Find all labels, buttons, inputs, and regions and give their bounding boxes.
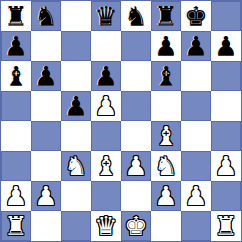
square-f3[interactable]: ♞ — [151, 151, 181, 181]
square-e5[interactable] — [121, 91, 151, 121]
square-h1[interactable]: ♜ — [211, 211, 241, 241]
black-pawn[interactable]: ♟ — [64, 91, 87, 121]
black-knight[interactable]: ♞ — [124, 1, 147, 31]
square-b4[interactable] — [31, 121, 61, 151]
square-a5[interactable] — [1, 91, 31, 121]
square-c7[interactable] — [61, 31, 91, 61]
square-g3[interactable] — [181, 151, 211, 181]
black-pawn[interactable]: ♟ — [154, 31, 177, 61]
square-g8[interactable]: ♚ — [181, 1, 211, 31]
square-e3[interactable]: ♟ — [121, 151, 151, 181]
square-h3[interactable]: ♟ — [211, 151, 241, 181]
square-a7[interactable]: ♟ — [1, 31, 31, 61]
square-e4[interactable] — [121, 121, 151, 151]
white-king[interactable]: ♚ — [124, 211, 147, 241]
white-knight[interactable]: ♞ — [154, 151, 177, 181]
square-b8[interactable]: ♞ — [31, 1, 61, 31]
square-f7[interactable]: ♟ — [151, 31, 181, 61]
square-e8[interactable]: ♞ — [121, 1, 151, 31]
square-b7[interactable] — [31, 31, 61, 61]
square-g6[interactable] — [181, 61, 211, 91]
square-h7[interactable]: ♟ — [211, 31, 241, 61]
square-g1[interactable] — [181, 211, 211, 241]
white-queen[interactable]: ♛ — [94, 211, 117, 241]
square-h2[interactable] — [211, 181, 241, 211]
square-b5[interactable] — [31, 91, 61, 121]
black-king[interactable]: ♚ — [184, 1, 207, 31]
white-bishop[interactable]: ♝ — [94, 151, 117, 181]
square-e7[interactable] — [121, 31, 151, 61]
white-pawn[interactable]: ♟ — [4, 181, 27, 211]
black-pawn[interactable]: ♟ — [184, 31, 207, 61]
black-pawn[interactable]: ♟ — [34, 61, 57, 91]
square-d8[interactable]: ♛ — [91, 1, 121, 31]
square-a2[interactable]: ♟ — [1, 181, 31, 211]
square-c1[interactable] — [61, 211, 91, 241]
square-e1[interactable]: ♚ — [121, 211, 151, 241]
square-e2[interactable] — [121, 181, 151, 211]
square-b2[interactable]: ♟ — [31, 181, 61, 211]
square-a3[interactable] — [1, 151, 31, 181]
square-f4[interactable]: ♝ — [151, 121, 181, 151]
square-g7[interactable]: ♟ — [181, 31, 211, 61]
square-a8[interactable]: ♜ — [1, 1, 31, 31]
white-pawn[interactable]: ♟ — [214, 151, 237, 181]
square-d7[interactable] — [91, 31, 121, 61]
square-f8[interactable]: ♜ — [151, 1, 181, 31]
square-b1[interactable] — [31, 211, 61, 241]
square-c5[interactable]: ♟ — [61, 91, 91, 121]
square-f1[interactable] — [151, 211, 181, 241]
white-knight[interactable]: ♞ — [64, 151, 87, 181]
black-pawn[interactable]: ♟ — [214, 31, 237, 61]
white-pawn[interactable]: ♟ — [124, 151, 147, 181]
square-d6[interactable]: ♟ — [91, 61, 121, 91]
square-h5[interactable] — [211, 91, 241, 121]
square-d3[interactable]: ♝ — [91, 151, 121, 181]
square-h6[interactable] — [211, 61, 241, 91]
square-c3[interactable]: ♞ — [61, 151, 91, 181]
square-g5[interactable] — [181, 91, 211, 121]
square-h8[interactable] — [211, 1, 241, 31]
square-g2[interactable]: ♟ — [181, 181, 211, 211]
square-b3[interactable] — [31, 151, 61, 181]
square-g4[interactable] — [181, 121, 211, 151]
square-a6[interactable]: ♝ — [1, 61, 31, 91]
square-e6[interactable] — [121, 61, 151, 91]
white-pawn[interactable]: ♟ — [184, 181, 207, 211]
black-queen[interactable]: ♛ — [94, 1, 117, 31]
square-d5[interactable]: ♟ — [91, 91, 121, 121]
black-bishop[interactable]: ♝ — [154, 61, 177, 91]
square-a4[interactable] — [1, 121, 31, 151]
black-bishop[interactable]: ♝ — [4, 61, 27, 91]
black-rook[interactable]: ♜ — [154, 1, 177, 31]
square-f2[interactable]: ♟ — [151, 181, 181, 211]
black-pawn[interactable]: ♟ — [4, 31, 27, 61]
square-a1[interactable]: ♜ — [1, 211, 31, 241]
square-d2[interactable] — [91, 181, 121, 211]
white-pawn[interactable]: ♟ — [34, 181, 57, 211]
square-d1[interactable]: ♛ — [91, 211, 121, 241]
square-c2[interactable] — [61, 181, 91, 211]
square-b6[interactable]: ♟ — [31, 61, 61, 91]
black-knight[interactable]: ♞ — [34, 1, 57, 31]
white-rook[interactable]: ♜ — [214, 211, 237, 241]
square-f6[interactable]: ♝ — [151, 61, 181, 91]
white-pawn[interactable]: ♟ — [154, 181, 177, 211]
square-d4[interactable] — [91, 121, 121, 151]
white-bishop[interactable]: ♝ — [154, 121, 177, 151]
black-rook[interactable]: ♜ — [4, 1, 27, 31]
chess-board: ♜♞♛♞♜♚♟♟♟♟♝♟♟♝♟♟♝♞♝♟♞♟♟♟♟♟♜♛♚♜ — [0, 0, 242, 242]
white-rook[interactable]: ♜ — [4, 211, 27, 241]
square-f5[interactable] — [151, 91, 181, 121]
square-h4[interactable] — [211, 121, 241, 151]
square-c6[interactable] — [61, 61, 91, 91]
square-c4[interactable] — [61, 121, 91, 151]
white-pawn[interactable]: ♟ — [94, 91, 117, 121]
black-pawn[interactable]: ♟ — [94, 61, 117, 91]
square-c8[interactable] — [61, 1, 91, 31]
